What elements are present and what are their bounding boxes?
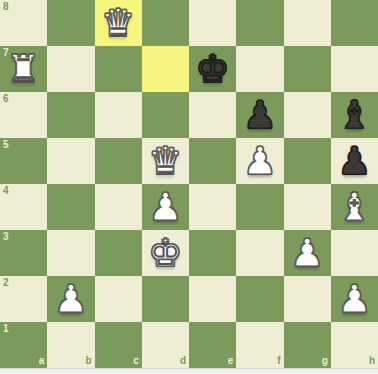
square-f5[interactable]: ♟	[236, 138, 283, 184]
square-a5[interactable]: 5	[0, 138, 47, 184]
square-d5[interactable]: ♛	[142, 138, 189, 184]
file-label-a: a	[39, 356, 45, 366]
white-king[interactable]: ♚	[142, 230, 189, 276]
square-d2[interactable]	[142, 276, 189, 322]
file-label-b: b	[85, 356, 91, 366]
square-b3[interactable]	[47, 230, 94, 276]
black-pawn[interactable]: ♟	[331, 138, 378, 184]
square-c7[interactable]	[95, 46, 142, 92]
file-label-d: d	[180, 356, 186, 366]
square-g7[interactable]	[284, 46, 331, 92]
square-d3[interactable]: ♚	[142, 230, 189, 276]
square-f8[interactable]	[236, 0, 283, 46]
square-c5[interactable]	[95, 138, 142, 184]
square-f6[interactable]: ♟	[236, 92, 283, 138]
square-b4[interactable]	[47, 184, 94, 230]
square-c4[interactable]	[95, 184, 142, 230]
square-g2[interactable]	[284, 276, 331, 322]
square-a8[interactable]: 8	[0, 0, 47, 46]
square-g3[interactable]: ♟	[284, 230, 331, 276]
square-g8[interactable]	[284, 0, 331, 46]
square-e1[interactable]: e	[189, 322, 236, 368]
white-pawn[interactable]: ♟	[331, 276, 378, 322]
white-pawn[interactable]: ♟	[284, 230, 331, 276]
file-label-g: g	[322, 356, 328, 366]
square-g6[interactable]	[284, 92, 331, 138]
page-background-strip	[0, 368, 378, 374]
rank-label-1: 1	[3, 324, 9, 334]
rank-label-4: 4	[3, 186, 9, 196]
white-pawn[interactable]: ♟	[236, 138, 283, 184]
rank-label-5: 5	[3, 140, 9, 150]
square-b2[interactable]: ♟	[47, 276, 94, 322]
white-bishop[interactable]: ♝	[331, 184, 378, 230]
square-e7[interactable]: ♚	[189, 46, 236, 92]
file-label-f: f	[277, 356, 280, 366]
square-h5[interactable]: ♟	[331, 138, 378, 184]
square-a2[interactable]: 2	[0, 276, 47, 322]
square-b6[interactable]	[47, 92, 94, 138]
square-d8[interactable]	[142, 0, 189, 46]
square-d6[interactable]	[142, 92, 189, 138]
chess-board: 8♛7♜♚6♟♝5♛♟♟4♟♝3♚♟2♟♟1abcdefgh	[0, 0, 378, 368]
square-b5[interactable]	[47, 138, 94, 184]
square-d7[interactable]	[142, 46, 189, 92]
file-label-h: h	[369, 356, 375, 366]
square-g1[interactable]: g	[284, 322, 331, 368]
square-a3[interactable]: 3	[0, 230, 47, 276]
square-f3[interactable]	[236, 230, 283, 276]
white-queen[interactable]: ♛	[95, 0, 142, 46]
square-b7[interactable]	[47, 46, 94, 92]
square-g5[interactable]	[284, 138, 331, 184]
square-h3[interactable]	[331, 230, 378, 276]
square-c3[interactable]	[95, 230, 142, 276]
white-pawn[interactable]: ♟	[142, 184, 189, 230]
file-label-e: e	[228, 356, 234, 366]
square-f1[interactable]: f	[236, 322, 283, 368]
square-e6[interactable]	[189, 92, 236, 138]
square-e5[interactable]	[189, 138, 236, 184]
square-f4[interactable]	[236, 184, 283, 230]
square-c1[interactable]: c	[95, 322, 142, 368]
rank-label-2: 2	[3, 278, 9, 288]
square-a6[interactable]: 6	[0, 92, 47, 138]
square-d4[interactable]: ♟	[142, 184, 189, 230]
square-e4[interactable]	[189, 184, 236, 230]
square-h6[interactable]: ♝	[331, 92, 378, 138]
square-f7[interactable]	[236, 46, 283, 92]
square-h8[interactable]	[331, 0, 378, 46]
white-queen[interactable]: ♛	[142, 138, 189, 184]
rank-label-6: 6	[3, 94, 9, 104]
black-pawn[interactable]: ♟	[236, 92, 283, 138]
square-b8[interactable]	[47, 0, 94, 46]
square-d1[interactable]: d	[142, 322, 189, 368]
white-pawn[interactable]: ♟	[47, 276, 94, 322]
file-label-c: c	[133, 356, 139, 366]
square-h7[interactable]	[331, 46, 378, 92]
square-h1[interactable]: h	[331, 322, 378, 368]
square-c6[interactable]	[95, 92, 142, 138]
square-e8[interactable]	[189, 0, 236, 46]
black-bishop[interactable]: ♝	[331, 92, 378, 138]
square-h2[interactable]: ♟	[331, 276, 378, 322]
square-b1[interactable]: b	[47, 322, 94, 368]
square-e3[interactable]	[189, 230, 236, 276]
square-c8[interactable]: ♛	[95, 0, 142, 46]
square-a1[interactable]: 1a	[0, 322, 47, 368]
square-e2[interactable]	[189, 276, 236, 322]
square-a7[interactable]: 7♜	[0, 46, 47, 92]
square-g4[interactable]	[284, 184, 331, 230]
black-king[interactable]: ♚	[189, 46, 236, 92]
white-rook[interactable]: ♜	[0, 46, 47, 92]
rank-label-3: 3	[3, 232, 9, 242]
square-a4[interactable]: 4	[0, 184, 47, 230]
square-h4[interactable]: ♝	[331, 184, 378, 230]
square-c2[interactable]	[95, 276, 142, 322]
rank-label-8: 8	[3, 2, 9, 12]
square-f2[interactable]	[236, 276, 283, 322]
